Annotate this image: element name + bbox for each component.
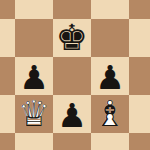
square-d7[interactable]: ♚ [53, 19, 91, 57]
square-f6[interactable] [129, 57, 150, 95]
square-d5[interactable]: ♟ [53, 95, 91, 133]
square-b7[interactable] [0, 19, 15, 57]
square-f7[interactable] [129, 19, 150, 57]
black-pawn-icon[interactable]: ♟ [57, 99, 87, 132]
square-b8[interactable] [0, 0, 15, 19]
square-e7[interactable] [91, 19, 129, 57]
square-d4[interactable] [53, 133, 91, 150]
black-pawn-icon[interactable]: ♟ [19, 61, 49, 94]
square-b6[interactable] [0, 57, 15, 95]
white-queen-icon[interactable]: ♛♕ [18, 96, 50, 132]
chess-board: ♚♟♟♛♕♟♝♗ [0, 0, 150, 150]
square-b4[interactable] [0, 133, 15, 150]
square-f5[interactable] [129, 95, 150, 133]
square-c4[interactable] [15, 133, 53, 150]
square-c8[interactable] [15, 0, 53, 19]
square-f4[interactable] [129, 133, 150, 150]
square-f8[interactable] [129, 0, 150, 19]
black-king-icon[interactable]: ♚ [56, 20, 88, 56]
square-e4[interactable] [91, 133, 129, 150]
black-pawn-icon[interactable]: ♟ [95, 61, 125, 94]
square-b5[interactable] [0, 95, 15, 133]
square-d6[interactable] [53, 57, 91, 95]
square-c6[interactable]: ♟ [15, 57, 53, 95]
square-c7[interactable] [15, 19, 53, 57]
square-c5[interactable]: ♛♕ [15, 95, 53, 133]
white-bishop-icon[interactable]: ♝♗ [94, 96, 126, 132]
square-e6[interactable]: ♟ [91, 57, 129, 95]
square-e5[interactable]: ♝♗ [91, 95, 129, 133]
square-e8[interactable] [91, 0, 129, 19]
